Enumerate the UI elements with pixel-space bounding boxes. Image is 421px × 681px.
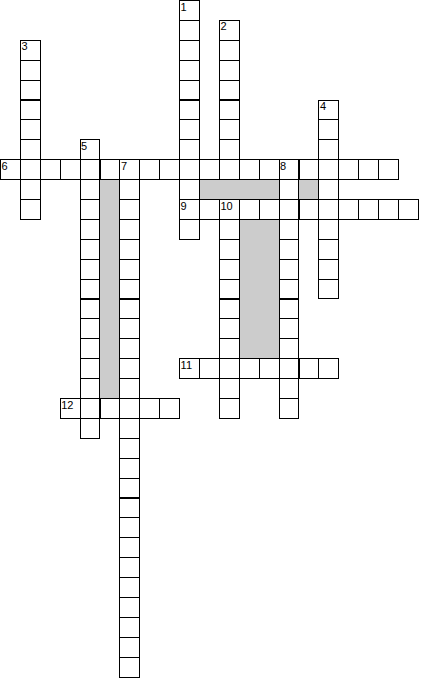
cell-r17-c4[interactable] [80, 338, 101, 359]
cell-r8-c3[interactable] [60, 159, 81, 180]
cell-r5-c9[interactable] [179, 100, 200, 121]
cell-r12-c14[interactable] [279, 239, 300, 260]
cell-r25-c6[interactable] [119, 498, 140, 519]
cell-r13-c11[interactable] [219, 259, 240, 280]
cell-r11-c4[interactable] [80, 219, 101, 240]
cell-r2-c11[interactable] [219, 40, 240, 61]
cell-r19-c6[interactable] [119, 378, 140, 399]
cell-r13-c16[interactable] [318, 259, 339, 280]
cell-r8-c4[interactable] [80, 159, 101, 180]
cell-r18-c4[interactable] [80, 358, 101, 379]
cell-r18-c15[interactable] [299, 358, 320, 379]
cell-r6-c1[interactable] [20, 119, 41, 140]
cell-r9-c9[interactable] [179, 179, 200, 200]
cell-r4-c1[interactable] [20, 80, 41, 101]
cell-r29-c6[interactable] [119, 577, 140, 598]
cell-r10-c13[interactable] [259, 199, 280, 220]
cell-r15-c4[interactable] [80, 299, 101, 320]
cell-r26-c6[interactable] [119, 517, 140, 538]
cell-r27-c6[interactable] [119, 537, 140, 558]
cell-r7-c11[interactable] [219, 139, 240, 160]
cell-r8-c19[interactable] [378, 159, 399, 180]
cell-r19-c11[interactable] [219, 378, 240, 399]
cell-r3-c9[interactable] [179, 60, 200, 81]
cell-r19-c14[interactable] [279, 378, 300, 399]
cell-r13-c6[interactable] [119, 259, 140, 280]
cell-r10-c12[interactable] [239, 199, 260, 220]
cell-r10-c18[interactable] [358, 199, 379, 220]
cell-r11-c16[interactable] [318, 219, 339, 240]
cell-r9-c6[interactable] [119, 179, 140, 200]
cell-r15-c11[interactable] [219, 299, 240, 320]
cell-r6-c16[interactable] [318, 119, 339, 140]
cell-r14-c4[interactable] [80, 279, 101, 300]
cell-r11-c11[interactable] [219, 219, 240, 240]
cell-r10-c10[interactable] [199, 199, 220, 220]
cell-r13-c14[interactable] [279, 259, 300, 280]
cell-r20-c14[interactable] [279, 398, 300, 419]
cell-r31-c6[interactable] [119, 617, 140, 638]
cell-r11-c9[interactable] [179, 219, 200, 240]
cell-r17-c6[interactable] [119, 338, 140, 359]
cell-r15-c6[interactable] [119, 299, 140, 320]
cell-r8-c12[interactable] [239, 159, 260, 180]
cell-r10-c15[interactable] [299, 199, 320, 220]
cell-r18-c12[interactable] [239, 358, 260, 379]
cell-r20-c6[interactable] [119, 398, 140, 419]
cell-r8-c6[interactable] [119, 159, 140, 180]
cell-r5-c11[interactable] [219, 100, 240, 121]
cell-r18-c13[interactable] [259, 358, 280, 379]
crossword-board: 123456789101112 [0, 0, 421, 681]
cell-r20-c11[interactable] [219, 398, 240, 419]
cell-r14-c6[interactable] [119, 279, 140, 300]
cell-r28-c6[interactable] [119, 557, 140, 578]
cell-r30-c6[interactable] [119, 597, 140, 618]
cell-r6-c11[interactable] [219, 119, 240, 140]
cell-r12-c6[interactable] [119, 239, 140, 260]
cell-r1-c11[interactable] [219, 20, 240, 41]
cell-r18-c9[interactable] [179, 358, 200, 379]
cell-r17-c11[interactable] [219, 338, 240, 359]
cell-r22-c6[interactable] [119, 438, 140, 459]
cell-r2-c9[interactable] [179, 40, 200, 61]
cell-r20-c8[interactable] [159, 398, 180, 419]
cell-r16-c11[interactable] [219, 318, 240, 339]
cell-r10-c1[interactable] [20, 199, 41, 220]
cell-r12-c11[interactable] [219, 239, 240, 260]
cell-r14-c14[interactable] [279, 279, 300, 300]
cell-r19-c4[interactable] [80, 378, 101, 399]
cell-r9-c16[interactable] [318, 179, 339, 200]
cell-r15-c14[interactable] [279, 299, 300, 320]
cell-r10-c16[interactable] [318, 199, 339, 220]
cell-r5-c1[interactable] [20, 100, 41, 121]
cell-r18-c16[interactable] [318, 358, 339, 379]
cell-r16-c14[interactable] [279, 318, 300, 339]
cell-r10-c17[interactable] [338, 199, 359, 220]
cell-r21-c6[interactable] [119, 418, 140, 439]
cell-r7-c16[interactable] [318, 139, 339, 160]
cell-r21-c4[interactable] [80, 418, 101, 439]
cell-r32-c6[interactable] [119, 637, 140, 658]
cell-r18-c10[interactable] [199, 358, 220, 379]
cell-r9-c14[interactable] [279, 179, 300, 200]
cell-r10-c20[interactable] [398, 199, 419, 220]
cell-r8-c14[interactable] [279, 159, 300, 180]
cell-r10-c6[interactable] [119, 199, 140, 220]
cell-r20-c5[interactable] [100, 398, 121, 419]
cell-r18-c6[interactable] [119, 358, 140, 379]
shaded-region [100, 179, 121, 399]
cell-r8-c11[interactable] [219, 159, 240, 180]
cell-r8-c7[interactable] [139, 159, 160, 180]
cell-r33-c6[interactable] [119, 657, 140, 678]
cell-r16-c6[interactable] [119, 318, 140, 339]
cell-r8-c1[interactable] [20, 159, 41, 180]
cell-r5-c16[interactable] [318, 100, 339, 121]
cell-r17-c14[interactable] [279, 338, 300, 359]
cell-r3-c11[interactable] [219, 60, 240, 81]
cell-r8-c9[interactable] [179, 159, 200, 180]
cell-r12-c16[interactable] [318, 239, 339, 260]
shaded-region [299, 179, 320, 200]
cell-r18-c11[interactable] [219, 358, 240, 379]
cell-r10-c19[interactable] [378, 199, 399, 220]
cell-r8-c2[interactable] [40, 159, 61, 180]
cell-r1-c9[interactable] [179, 20, 200, 41]
cell-r12-c4[interactable] [80, 239, 101, 260]
cell-r20-c3[interactable] [60, 398, 81, 419]
crossword-puzzle: 123456789101112 [0, 0, 421, 681]
shaded-region [199, 179, 280, 200]
cell-r8-c13[interactable] [259, 159, 280, 180]
cell-r8-c16[interactable] [318, 159, 339, 180]
cell-r10-c4[interactable] [80, 199, 101, 220]
cell-r9-c4[interactable] [80, 179, 101, 200]
cell-r24-c6[interactable] [119, 478, 140, 499]
cell-r8-c8[interactable] [159, 159, 180, 180]
cell-r11-c6[interactable] [119, 219, 140, 240]
cell-r0-c9[interactable] [179, 0, 200, 21]
cell-r7-c4[interactable] [80, 139, 101, 160]
cell-r7-c1[interactable] [20, 139, 41, 160]
cell-r8-c10[interactable] [199, 159, 220, 180]
cell-r23-c6[interactable] [119, 458, 140, 479]
cell-r8-c17[interactable] [338, 159, 359, 180]
cell-r8-c15[interactable] [299, 159, 320, 180]
cell-r8-c0[interactable] [0, 159, 21, 180]
cell-r20-c7[interactable] [139, 398, 160, 419]
cell-r20-c4[interactable] [80, 398, 101, 419]
shaded-region [239, 219, 280, 359]
cell-r18-c14[interactable] [279, 358, 300, 379]
cell-r3-c1[interactable] [20, 60, 41, 81]
cell-r14-c11[interactable] [219, 279, 240, 300]
cell-r2-c1[interactable] [20, 40, 41, 61]
cell-r14-c16[interactable] [318, 279, 339, 300]
cell-r7-c9[interactable] [179, 139, 200, 160]
cell-r13-c4[interactable] [80, 259, 101, 280]
cell-r16-c4[interactable] [80, 318, 101, 339]
cell-r4-c9[interactable] [179, 80, 200, 101]
cell-r10-c11[interactable] [219, 199, 240, 220]
cell-r11-c14[interactable] [279, 219, 300, 240]
cell-r4-c11[interactable] [219, 80, 240, 101]
cell-r8-c18[interactable] [358, 159, 379, 180]
cell-r9-c1[interactable] [20, 179, 41, 200]
cell-r10-c9[interactable] [179, 199, 200, 220]
cell-r8-c5[interactable] [100, 159, 121, 180]
cell-r10-c14[interactable] [279, 199, 300, 220]
cell-r6-c9[interactable] [179, 119, 200, 140]
